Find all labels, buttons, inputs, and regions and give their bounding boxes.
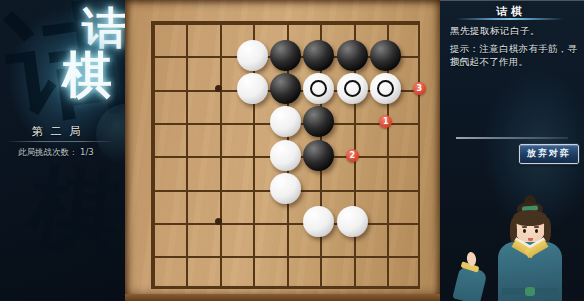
black-stone[interactable] xyxy=(337,40,368,71)
girl-raised-sleeve xyxy=(452,265,487,301)
capture-target-circle-mark xyxy=(344,80,361,97)
attempts-value: 1/3 xyxy=(80,147,94,157)
npc-girl-portrait xyxy=(455,200,584,301)
capture-target-circle-mark xyxy=(310,80,327,97)
girl-eyebrow-left xyxy=(522,226,527,228)
puzzle-title-calligraphy-char2: 棋 xyxy=(62,50,112,100)
marked-white-stone[interactable] xyxy=(337,73,368,104)
attempts-label: 此局挑战次数： xyxy=(18,147,78,157)
white-stone[interactable] xyxy=(337,206,368,237)
game-screen: 诘 棋 诘 棋 第二局 此局挑战次数： 1/3 123 诘棋 黑先提取标记白子。… xyxy=(0,0,584,301)
black-stone[interactable] xyxy=(303,140,334,171)
girl-hair-strand-right xyxy=(544,218,551,242)
white-stone[interactable] xyxy=(270,140,301,171)
sidebar: 诘 棋 诘 棋 第二局 此局挑战次数： 1/3 xyxy=(0,0,125,301)
give-up-button[interactable]: 放弃对弈 xyxy=(519,144,579,164)
girl-sash-knot xyxy=(525,287,535,296)
white-stone[interactable] xyxy=(270,173,301,204)
girl-eye-left xyxy=(523,229,526,233)
board-bottom-edge xyxy=(125,294,440,301)
marked-white-stone[interactable] xyxy=(370,73,401,104)
black-stone[interactable] xyxy=(303,40,334,71)
girl-eyebrow-right xyxy=(534,226,539,228)
attempts-row: 此局挑战次数： 1/3 xyxy=(18,147,118,159)
move-number-badge: 3 xyxy=(413,82,426,95)
move-number-badge: 2 xyxy=(346,149,359,162)
girl-mouth xyxy=(528,238,533,241)
capture-target-circle-mark xyxy=(377,80,394,97)
black-stone[interactable] xyxy=(370,40,401,71)
panel-divider xyxy=(456,137,568,139)
round-label: 第二局 xyxy=(0,124,112,139)
sidebar-divider xyxy=(6,141,114,142)
objective-text: 黑先提取标记白子。 xyxy=(450,25,578,38)
hint-text-line2: 损气起不了作用。 xyxy=(450,56,580,69)
black-stone[interactable] xyxy=(270,73,301,104)
girl-eye-right xyxy=(535,229,538,233)
panel-title: 诘棋 xyxy=(440,4,578,19)
white-stone[interactable] xyxy=(237,73,268,104)
white-stone[interactable] xyxy=(237,40,268,71)
background-calligraphy-icon: 棋 xyxy=(24,146,126,277)
girl-bangs xyxy=(513,210,547,226)
puzzle-title-calligraphy-char1: 诘 xyxy=(82,6,126,50)
white-stone[interactable] xyxy=(270,106,301,137)
black-stone[interactable] xyxy=(270,40,301,71)
title-underline xyxy=(456,18,564,20)
star-point xyxy=(215,85,222,92)
